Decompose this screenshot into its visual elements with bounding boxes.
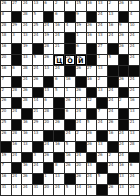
grid-cell[interactable]: 27 bbox=[97, 44, 107, 54]
grid-cell[interactable]: 26 bbox=[33, 77, 43, 87]
black-cell bbox=[65, 66, 75, 76]
cell-number: 13 bbox=[34, 131, 39, 136]
black-cell bbox=[87, 153, 97, 163]
cell-number: 24 bbox=[76, 153, 81, 158]
grid-cell[interactable]: 24 bbox=[97, 23, 107, 33]
grid-cell[interactable]: 13 bbox=[119, 185, 129, 195]
cell-number: 16 bbox=[66, 77, 71, 82]
codeword-grid: 2627241362615161322638285692413428292425… bbox=[0, 0, 140, 196]
grid-cell[interactable]: 26 bbox=[119, 33, 129, 43]
cell-number: 24 bbox=[76, 109, 81, 114]
cell-number: 24 bbox=[55, 33, 60, 38]
grid-cell[interactable]: 29 bbox=[12, 23, 22, 33]
grid-cell[interactable]: 24 bbox=[129, 55, 139, 65]
cell-number: 2 bbox=[2, 88, 4, 93]
grid-cell[interactable]: 16 bbox=[22, 120, 32, 130]
black-cell bbox=[129, 66, 139, 76]
grid-cell[interactable]: 24 bbox=[108, 163, 118, 173]
cell-number: 13 bbox=[98, 1, 103, 6]
grid-cell[interactable]: 24 bbox=[65, 131, 75, 141]
black-cell bbox=[44, 77, 54, 87]
cell-number: 16 bbox=[87, 77, 92, 82]
grid-cell[interactable]: 13 bbox=[97, 66, 107, 76]
cell-number: 18 bbox=[2, 33, 7, 38]
cell-number: 26 bbox=[23, 174, 28, 179]
cell-number: 12 bbox=[87, 98, 92, 103]
cell-number: 19 bbox=[2, 153, 7, 158]
grid-cell[interactable]: 13 bbox=[97, 1, 107, 11]
cell-number: 24 bbox=[23, 1, 28, 6]
cell-number: 13 bbox=[98, 88, 103, 93]
cell-number: 25 bbox=[2, 120, 7, 125]
grid-cell[interactable]: 16 bbox=[87, 77, 97, 87]
grid-cell[interactable]: 5 bbox=[87, 120, 97, 130]
cell-number: 27 bbox=[98, 44, 103, 49]
black-cell bbox=[108, 44, 118, 54]
grid-cell[interactable]: 16 bbox=[1, 44, 11, 54]
black-cell bbox=[65, 33, 75, 43]
grid-cell[interactable]: 24 bbox=[22, 185, 32, 195]
grid-cell[interactable]: 4 bbox=[129, 12, 139, 22]
cell-number: 16 bbox=[119, 163, 124, 168]
grid-cell[interactable]: 26 bbox=[87, 23, 97, 33]
cell-number: 24 bbox=[98, 12, 103, 17]
grid-cell[interactable]: 16 bbox=[54, 142, 64, 152]
grid-cell[interactable]: 26 bbox=[108, 120, 118, 130]
cell-number: 24 bbox=[76, 98, 81, 103]
grid-cell[interactable]: 24 bbox=[108, 109, 118, 119]
cell-number: 26 bbox=[2, 1, 7, 6]
cell-number: 24 bbox=[87, 174, 92, 179]
grid-cell[interactable]: 16 bbox=[108, 131, 118, 141]
cell-number: 26 bbox=[119, 44, 124, 49]
grid-cell[interactable]: 24 bbox=[33, 66, 43, 76]
cell-number: 26 bbox=[119, 77, 124, 82]
grid-cell[interactable]: 5 bbox=[97, 174, 107, 184]
cell-number: 6 bbox=[130, 163, 132, 168]
grid-cell[interactable]: 24 bbox=[119, 142, 129, 152]
cell-number: 26 bbox=[87, 142, 92, 147]
cell-number: 16 bbox=[23, 120, 28, 125]
grid-cell[interactable]: 6 bbox=[54, 12, 64, 22]
black-cell bbox=[119, 109, 129, 119]
cell-number: 24 bbox=[55, 185, 60, 190]
grid-cell[interactable]: 6 bbox=[54, 77, 64, 87]
cell-number: 24 bbox=[108, 163, 113, 168]
grid-cell[interactable]: 24 bbox=[54, 33, 64, 43]
grid-cell[interactable]: 26 bbox=[1, 131, 11, 141]
grid-cell[interactable]: 26 bbox=[76, 88, 86, 98]
grid-cell[interactable]: 26 bbox=[22, 174, 32, 184]
grid-cell[interactable]: 28 bbox=[12, 131, 22, 141]
cell-number: 5 bbox=[87, 120, 89, 125]
cell-number: 3 bbox=[130, 1, 132, 6]
cell-number: 28 bbox=[12, 88, 17, 93]
grid-cell[interactable]: 20 bbox=[1, 55, 11, 65]
grid-cell[interactable]: 6 bbox=[129, 163, 139, 173]
grid-cell[interactable]: 19 bbox=[22, 44, 32, 54]
grid-cell[interactable]: 26 bbox=[119, 1, 129, 11]
grid-cell[interactable]: 26 bbox=[65, 163, 75, 173]
grid-cell[interactable]: 13 bbox=[97, 33, 107, 43]
grid-cell[interactable]: 24 bbox=[76, 98, 86, 108]
given-letter-cell[interactable]: 24О bbox=[65, 55, 75, 65]
cell-number: 5 bbox=[34, 12, 36, 17]
cell-number: 16 bbox=[12, 142, 17, 147]
grid-cell[interactable]: 24 bbox=[108, 33, 118, 43]
cell-number: 2 bbox=[98, 77, 100, 82]
grid-cell[interactable]: 14 bbox=[76, 185, 86, 195]
cell-number: 20 bbox=[76, 163, 81, 168]
black-cell bbox=[54, 98, 64, 108]
grid-cell[interactable]: 26 bbox=[44, 153, 54, 163]
grid-cell[interactable]: 13 bbox=[44, 66, 54, 76]
cell-number: 16 bbox=[2, 174, 7, 179]
grid-cell[interactable]: 26 bbox=[119, 44, 129, 54]
grid-cell[interactable]: 24 bbox=[129, 88, 139, 98]
black-cell bbox=[12, 77, 22, 87]
grid-cell[interactable]: 26 bbox=[76, 174, 86, 184]
grid-cell[interactable]: 6 bbox=[12, 66, 22, 76]
grid-cell[interactable]: 24 bbox=[12, 109, 22, 119]
grid-cell[interactable]: 26 bbox=[54, 120, 64, 130]
grid-cell[interactable]: 12 bbox=[87, 98, 97, 108]
cell-number: 5 bbox=[66, 185, 68, 190]
grid-cell[interactable]: 2 bbox=[119, 98, 129, 108]
cell-number: 14 bbox=[34, 98, 39, 103]
grid-cell[interactable]: 24 bbox=[54, 66, 64, 76]
cell-number: 29 bbox=[12, 23, 17, 28]
cell-number: 2 bbox=[119, 98, 121, 103]
grid-cell[interactable]: 24 bbox=[129, 185, 139, 195]
grid-cell[interactable]: 2 bbox=[1, 88, 11, 98]
grid-cell[interactable]: 1 bbox=[97, 55, 107, 65]
grid-cell[interactable]: 19 bbox=[44, 33, 54, 43]
grid-cell[interactable]: 28 bbox=[12, 88, 22, 98]
grid-cell[interactable]: 3 bbox=[33, 153, 43, 163]
cell-number: 19 bbox=[23, 44, 28, 49]
grid-cell[interactable]: 5 bbox=[108, 55, 118, 65]
grid-cell[interactable]: 24 bbox=[44, 142, 54, 152]
grid-cell[interactable]: 21 bbox=[129, 120, 139, 130]
grid-cell[interactable]: 28 bbox=[1, 23, 11, 33]
grid-cell[interactable]: 21 bbox=[54, 44, 64, 54]
grid-cell[interactable]: 26 bbox=[119, 77, 129, 87]
grid-cell[interactable]: 20 bbox=[76, 163, 86, 173]
given-letter-cell[interactable]: 9Ц bbox=[54, 55, 64, 65]
cell-number: 24 bbox=[23, 77, 28, 82]
grid-cell[interactable]: 16 bbox=[129, 98, 139, 108]
grid-cell[interactable]: 26 bbox=[44, 55, 54, 65]
cell-number: 6 bbox=[55, 77, 57, 82]
grid-cell[interactable]: 2 bbox=[97, 77, 107, 87]
black-cell bbox=[12, 55, 22, 65]
cell-number: 13 bbox=[130, 109, 135, 114]
black-cell bbox=[65, 174, 75, 184]
grid-cell[interactable]: 24 bbox=[108, 98, 118, 108]
grid-cell[interactable]: 16 bbox=[1, 66, 11, 76]
grid-cell[interactable]: 16 bbox=[65, 77, 75, 87]
grid-cell[interactable]: 13 bbox=[22, 33, 32, 43]
grid-cell[interactable]: 16 bbox=[108, 23, 118, 33]
grid-cell[interactable]: 6 bbox=[44, 98, 54, 108]
cell-number: 9 bbox=[76, 12, 78, 17]
cell-number: 13 bbox=[98, 33, 103, 38]
cell-number: 27 bbox=[12, 1, 17, 6]
grid-cell[interactable]: 6 bbox=[65, 109, 75, 119]
grid-cell[interactable]: 24 bbox=[22, 23, 32, 33]
grid-cell[interactable]: 15 bbox=[76, 1, 86, 11]
grid-cell[interactable]: 26 bbox=[87, 142, 97, 152]
grid-cell[interactable]: 24 bbox=[129, 33, 139, 43]
cell-number: 26 bbox=[119, 1, 124, 6]
cell-number: 26 bbox=[87, 131, 92, 136]
grid-cell[interactable]: 7 bbox=[1, 163, 11, 173]
grid-cell[interactable]: 9 bbox=[76, 12, 86, 22]
grid-cell[interactable]: 4 bbox=[65, 23, 75, 33]
cell-number: 26 bbox=[76, 88, 81, 93]
grid-cell[interactable]: 13 bbox=[129, 131, 139, 141]
grid-cell[interactable]: 6 bbox=[44, 1, 54, 11]
cell-number: 16 bbox=[23, 163, 28, 168]
grid-cell[interactable]: 31 bbox=[33, 185, 43, 195]
grid-cell[interactable]: 16 bbox=[87, 1, 97, 11]
black-cell bbox=[33, 142, 43, 152]
grid-cell[interactable]: 20 bbox=[44, 185, 54, 195]
grid-cell[interactable]: 5 bbox=[33, 55, 43, 65]
grid-cell[interactable]: 10 bbox=[129, 23, 139, 33]
grid-cell[interactable]: 13 bbox=[54, 174, 64, 184]
grid-cell[interactable]: 7 bbox=[1, 77, 11, 87]
grid-cell[interactable]: 1 bbox=[65, 88, 75, 98]
grid-cell[interactable]: 1 bbox=[76, 33, 86, 43]
grid-cell[interactable]: 24 bbox=[22, 77, 32, 87]
grid-cell[interactable]: 28 bbox=[22, 66, 32, 76]
grid-cell[interactable]: 29 bbox=[33, 120, 43, 130]
grid-cell[interactable]: 3 bbox=[12, 33, 22, 43]
given-letter-cell[interactable]: 16Й bbox=[76, 55, 86, 65]
grid-cell[interactable]: 28 bbox=[22, 12, 32, 22]
cell-number: 16 bbox=[108, 131, 113, 136]
grid-cell[interactable]: 13 bbox=[108, 12, 118, 22]
grid-cell[interactable]: 21 bbox=[33, 109, 43, 119]
black-cell bbox=[22, 109, 32, 119]
grid-cell[interactable]: 13 bbox=[22, 142, 32, 152]
grid-cell[interactable]: 24 bbox=[97, 12, 107, 22]
black-cell bbox=[22, 153, 32, 163]
cell-number: 2 bbox=[108, 1, 110, 6]
cell-number: 1 bbox=[66, 88, 68, 93]
cell-number: 13 bbox=[44, 66, 49, 71]
grid-cell[interactable]: 14 bbox=[33, 98, 43, 108]
cell-letter: О bbox=[65, 57, 75, 65]
cell-number: 28 bbox=[44, 44, 49, 49]
grid-cell[interactable]: 24 bbox=[108, 88, 118, 98]
cell-number: 16 bbox=[108, 23, 113, 28]
cell-number: 16 bbox=[55, 142, 60, 147]
grid-cell[interactable]: 5 bbox=[65, 185, 75, 195]
grid-cell[interactable]: 13 bbox=[129, 109, 139, 119]
cell-number: 26 bbox=[34, 77, 39, 82]
cell-number: 24 bbox=[12, 109, 17, 114]
grid-cell[interactable]: 5 bbox=[54, 88, 64, 98]
grid-cell[interactable]: 2 bbox=[76, 131, 86, 141]
grid-cell[interactable]: 28 bbox=[22, 98, 32, 108]
cell-number: 28 bbox=[23, 66, 28, 71]
grid-cell[interactable]: 16 bbox=[22, 163, 32, 173]
black-cell bbox=[65, 44, 75, 54]
grid-cell[interactable]: 24 bbox=[129, 174, 139, 184]
grid-cell[interactable]: 14 bbox=[12, 185, 22, 195]
black-cell bbox=[76, 77, 86, 87]
cell-number: 24 bbox=[119, 153, 124, 158]
grid-cell[interactable]: 16 bbox=[87, 33, 97, 43]
grid-cell[interactable]: 26 bbox=[97, 153, 107, 163]
cell-number: 24 bbox=[119, 131, 124, 136]
cell-number: 24 bbox=[55, 66, 60, 71]
cell-number: 26 bbox=[44, 153, 49, 158]
cell-number: 13 bbox=[34, 1, 39, 6]
cell-number: 16 bbox=[66, 153, 71, 158]
grid-cell[interactable]: 16 bbox=[22, 131, 32, 141]
grid-cell[interactable]: 13 bbox=[33, 131, 43, 141]
black-cell bbox=[1, 142, 11, 152]
grid-cell[interactable]: 24 bbox=[119, 153, 129, 163]
grid-cell[interactable]: 19 bbox=[76, 23, 86, 33]
grid-cell[interactable]: 3 bbox=[129, 1, 139, 11]
grid-cell[interactable]: 24 bbox=[76, 109, 86, 119]
cell-number: 24 bbox=[98, 120, 103, 125]
cell-number: 6 bbox=[55, 12, 57, 17]
grid-cell[interactable]: 5 bbox=[65, 142, 75, 152]
cell-number: 13 bbox=[87, 163, 92, 168]
grid-cell[interactable]: 13 bbox=[33, 1, 43, 11]
grid-cell[interactable]: 18 bbox=[1, 33, 11, 43]
grid-cell[interactable]: 24 bbox=[22, 1, 32, 11]
cell-number: 29 bbox=[34, 120, 39, 125]
grid-cell[interactable]: 25 bbox=[33, 23, 43, 33]
grid-cell[interactable]: 27 bbox=[12, 1, 22, 11]
black-cell bbox=[65, 12, 75, 22]
black-cell bbox=[108, 142, 118, 152]
grid-cell[interactable]: 7 bbox=[97, 109, 107, 119]
grid-cell[interactable]: 28 bbox=[129, 142, 139, 152]
grid-cell[interactable]: 24 bbox=[129, 77, 139, 87]
grid-cell[interactable]: 6 bbox=[76, 44, 86, 54]
grid-cell[interactable]: 16 bbox=[54, 23, 64, 33]
grid-cell[interactable]: 2 bbox=[108, 153, 118, 163]
grid-cell[interactable]: 9 bbox=[119, 23, 129, 33]
grid-cell[interactable]: 31 bbox=[1, 185, 11, 195]
grid-cell[interactable]: 16 bbox=[119, 163, 129, 173]
grid-cell[interactable]: 16 bbox=[12, 142, 22, 152]
cell-number: 28 bbox=[12, 131, 17, 136]
grid-cell[interactable]: 24 bbox=[97, 120, 107, 130]
cell-number: 24 bbox=[12, 153, 17, 158]
grid-cell[interactable]: 24 bbox=[87, 174, 97, 184]
cell-number: 26 bbox=[108, 120, 113, 125]
grid-cell[interactable]: 13 bbox=[44, 88, 54, 98]
cell-number: 6 bbox=[44, 1, 46, 6]
grid-cell[interactable]: 28 bbox=[44, 44, 54, 54]
grid-cell[interactable]: 24 bbox=[76, 120, 86, 130]
cell-number: 26 bbox=[87, 23, 92, 28]
grid-cell[interactable]: 2 bbox=[54, 1, 64, 11]
cell-number: 16 bbox=[87, 33, 92, 38]
cell-number: 25 bbox=[34, 23, 39, 28]
grid-cell[interactable]: 8 bbox=[1, 12, 11, 22]
cell-number: 31 bbox=[2, 185, 7, 190]
grid-cell[interactable]: 13 bbox=[87, 163, 97, 173]
cell-number: 2 bbox=[76, 131, 78, 136]
grid-cell[interactable]: 24 bbox=[44, 23, 54, 33]
cell-number: 1 bbox=[98, 55, 100, 60]
grid-cell[interactable]: 25 bbox=[1, 120, 11, 130]
cell-number: 24 bbox=[98, 23, 103, 28]
grid-cell[interactable]: 26 bbox=[108, 185, 118, 195]
grid-cell[interactable]: 24 bbox=[129, 44, 139, 54]
grid-cell[interactable]: 8 bbox=[54, 163, 64, 173]
cell-number: 26 bbox=[2, 98, 7, 103]
grid-cell[interactable]: 1 bbox=[44, 174, 54, 184]
cell-number: 13 bbox=[108, 12, 113, 17]
grid-cell[interactable]: 24 bbox=[33, 163, 43, 173]
grid-cell[interactable]: 24 bbox=[12, 174, 22, 184]
grid-cell[interactable]: 26 bbox=[1, 98, 11, 108]
grid-cell[interactable]: 24 bbox=[76, 153, 86, 163]
cell-number: 21 bbox=[34, 109, 39, 114]
grid-cell[interactable]: 24 bbox=[12, 153, 22, 163]
grid-cell[interactable]: 24 bbox=[33, 33, 43, 43]
cell-number: 6 bbox=[66, 1, 68, 6]
cell-number: 24 bbox=[108, 98, 113, 103]
grid-cell[interactable]: 5 bbox=[33, 12, 43, 22]
grid-cell[interactable]: 2 bbox=[108, 1, 118, 11]
grid-cell[interactable]: 26 bbox=[22, 88, 32, 98]
cell-number: 28 bbox=[23, 98, 28, 103]
cell-number: 31 bbox=[34, 185, 39, 190]
grid-cell[interactable]: 27 bbox=[87, 66, 97, 76]
grid-cell[interactable]: 28 bbox=[44, 109, 54, 119]
grid-cell[interactable]: 24 bbox=[54, 185, 64, 195]
grid-cell[interactable]: 16 bbox=[1, 174, 11, 184]
grid-cell[interactable]: 26 bbox=[87, 131, 97, 141]
grid-cell[interactable]: 13 bbox=[22, 55, 32, 65]
grid-cell[interactable]: 13 bbox=[119, 174, 129, 184]
grid-cell[interactable]: 20 bbox=[44, 120, 54, 130]
grid-cell[interactable]: 24 bbox=[119, 131, 129, 141]
black-cell bbox=[108, 77, 118, 87]
cell-number: 26 bbox=[2, 131, 7, 136]
grid-cell[interactable]: 19 bbox=[1, 153, 11, 163]
cell-number: 2 bbox=[55, 1, 57, 6]
grid-cell[interactable]: 26 bbox=[65, 98, 75, 108]
cell-number: 24 bbox=[130, 77, 135, 82]
grid-cell[interactable]: 26 bbox=[76, 66, 86, 76]
grid-cell[interactable]: 16 bbox=[65, 153, 75, 163]
grid-cell[interactable]: 16 bbox=[87, 185, 97, 195]
cell-number: 26 bbox=[66, 163, 71, 168]
grid-cell[interactable]: 6 bbox=[65, 1, 75, 11]
grid-cell[interactable]: 13 bbox=[97, 88, 107, 98]
black-cell bbox=[87, 88, 97, 98]
grid-cell[interactable]: 20 bbox=[1, 109, 11, 119]
black-cell bbox=[108, 66, 118, 76]
black-cell bbox=[119, 88, 129, 98]
grid-cell[interactable]: 26 bbox=[1, 1, 11, 11]
cell-number: 24 bbox=[130, 33, 135, 38]
grid-cell[interactable]: 13 bbox=[97, 142, 107, 152]
